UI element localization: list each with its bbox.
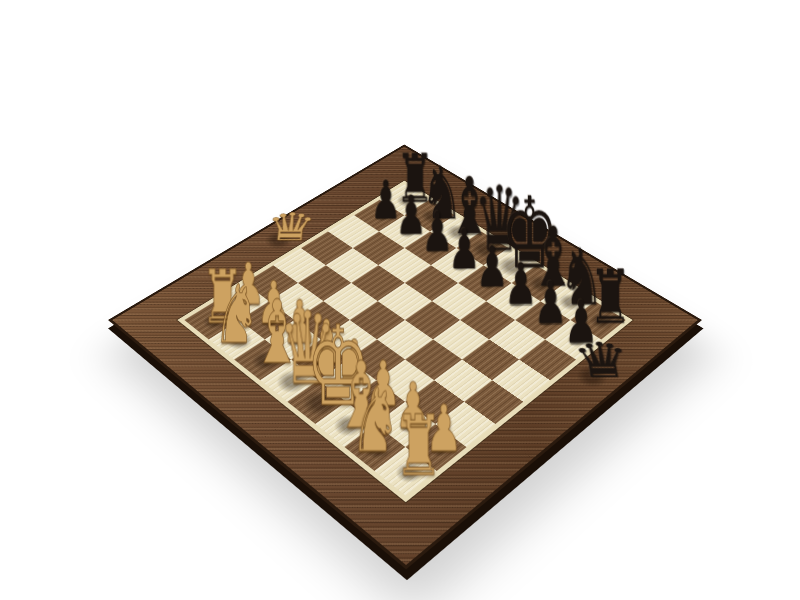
- piece-shadow: [569, 361, 614, 394]
- extra-white-queen-on-frame: ♛: [240, 215, 293, 249]
- piece-white-rook-h1: ♜: [394, 404, 432, 488]
- chess-set-photo: ♜♟♟♜♞♟♟♞♝♟♟♝♛♟♟♛♚♟♟♚♝♟♟♝♞♟♟♞♜♟♟♜ ♛♛: [0, 0, 800, 600]
- piece-black-pawn-f7: ♟: [504, 256, 537, 313]
- board-frame: ♜♟♟♜♞♟♟♞♝♟♟♝♛♟♟♛♚♟♟♚♝♟♟♝♞♟♟♞♜♟♟♜ ♛♛: [108, 144, 702, 569]
- piece-black-queen-frame: ♛: [570, 336, 612, 384]
- piece-black-pawn-e7: ♟: [476, 238, 508, 294]
- piece-black-pawn-g7: ♟: [534, 274, 567, 332]
- square-g5: [462, 339, 519, 380]
- chess-board: ♜♟♟♜♞♟♟♞♝♟♟♝♛♟♟♛♚♟♟♚♝♟♟♝♞♟♟♞♜♟♟♜ ♛♛: [108, 144, 702, 569]
- piece-white-queen-frame: ♛: [263, 208, 298, 246]
